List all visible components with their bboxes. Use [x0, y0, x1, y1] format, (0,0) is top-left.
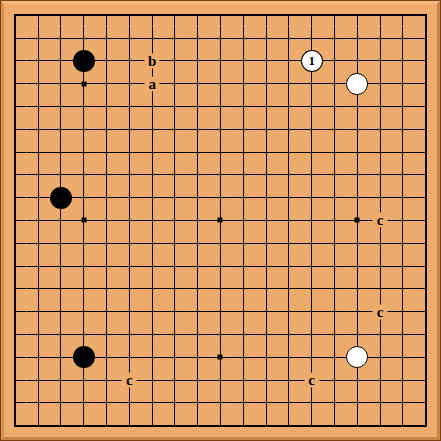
intersection-E8[interactable] [95, 255, 118, 278]
intersection-H18[interactable] [164, 27, 187, 50]
intersection-N14[interactable] [277, 118, 300, 141]
intersection-O17[interactable]: 1 [300, 50, 323, 73]
intersection-N5[interactable] [277, 323, 300, 346]
intersection-E11[interactable] [95, 186, 118, 209]
intersection-R15[interactable] [369, 95, 392, 118]
intersection-F7[interactable] [118, 277, 141, 300]
intersection-N12[interactable] [277, 164, 300, 187]
intersection-A8[interactable] [4, 255, 27, 278]
intersection-B4[interactable] [27, 346, 50, 369]
intersection-R5[interactable] [369, 323, 392, 346]
intersection-F12[interactable] [118, 164, 141, 187]
intersection-L17[interactable] [232, 50, 255, 73]
intersection-O7[interactable] [300, 277, 323, 300]
intersection-H10[interactable] [164, 209, 187, 232]
intersection-D14[interactable] [72, 118, 95, 141]
intersection-L14[interactable] [232, 118, 255, 141]
intersection-N1[interactable] [277, 414, 300, 437]
intersection-L4[interactable] [232, 346, 255, 369]
intersection-G2[interactable] [141, 391, 164, 414]
intersection-D8[interactable] [72, 255, 95, 278]
intersection-T14[interactable] [414, 118, 437, 141]
intersection-K15[interactable] [209, 95, 232, 118]
intersection-M6[interactable] [255, 300, 278, 323]
intersection-E4[interactable] [95, 346, 118, 369]
intersection-T15[interactable] [414, 95, 437, 118]
intersection-O3[interactable]: c [300, 369, 323, 392]
intersection-G7[interactable] [141, 277, 164, 300]
intersection-Q13[interactable] [346, 141, 369, 164]
intersection-Q11[interactable] [346, 186, 369, 209]
intersection-J16[interactable] [186, 72, 209, 95]
intersection-B1[interactable] [27, 414, 50, 437]
intersection-K19[interactable] [209, 4, 232, 27]
intersection-C13[interactable] [50, 141, 73, 164]
intersection-N16[interactable] [277, 72, 300, 95]
intersection-G17[interactable]: b [141, 50, 164, 73]
intersection-B11[interactable] [27, 186, 50, 209]
intersection-B8[interactable] [27, 255, 50, 278]
intersection-H2[interactable] [164, 391, 187, 414]
intersection-R12[interactable] [369, 164, 392, 187]
intersection-H16[interactable] [164, 72, 187, 95]
white-stone-Q4[interactable] [346, 346, 368, 368]
intersection-D2[interactable] [72, 391, 95, 414]
intersection-R18[interactable] [369, 27, 392, 50]
intersection-S7[interactable] [391, 277, 414, 300]
intersection-N15[interactable] [277, 95, 300, 118]
intersection-E5[interactable] [95, 323, 118, 346]
intersection-N4[interactable] [277, 346, 300, 369]
intersection-T11[interactable] [414, 186, 437, 209]
intersection-A5[interactable] [4, 323, 27, 346]
intersection-N7[interactable] [277, 277, 300, 300]
intersection-L6[interactable] [232, 300, 255, 323]
intersection-M2[interactable] [255, 391, 278, 414]
intersection-R3[interactable] [369, 369, 392, 392]
intersection-H11[interactable] [164, 186, 187, 209]
intersection-M15[interactable] [255, 95, 278, 118]
intersection-H6[interactable] [164, 300, 187, 323]
intersection-D6[interactable] [72, 300, 95, 323]
intersection-P16[interactable] [323, 72, 346, 95]
intersection-K18[interactable] [209, 27, 232, 50]
intersection-M8[interactable] [255, 255, 278, 278]
intersection-G18[interactable] [141, 27, 164, 50]
intersection-M1[interactable] [255, 414, 278, 437]
intersection-K9[interactable] [209, 232, 232, 255]
intersection-F19[interactable] [118, 4, 141, 27]
intersection-R13[interactable] [369, 141, 392, 164]
intersection-T3[interactable] [414, 369, 437, 392]
intersection-R14[interactable] [369, 118, 392, 141]
intersection-Q19[interactable] [346, 4, 369, 27]
intersection-S4[interactable] [391, 346, 414, 369]
intersection-R10[interactable]: c [369, 209, 392, 232]
intersection-Q14[interactable] [346, 118, 369, 141]
intersection-O6[interactable] [300, 300, 323, 323]
intersection-R16[interactable] [369, 72, 392, 95]
intersection-S5[interactable] [391, 323, 414, 346]
intersection-K2[interactable] [209, 391, 232, 414]
intersection-N6[interactable] [277, 300, 300, 323]
intersection-E18[interactable] [95, 27, 118, 50]
intersection-D13[interactable] [72, 141, 95, 164]
intersection-S1[interactable] [391, 414, 414, 437]
intersection-A13[interactable] [4, 141, 27, 164]
intersection-G3[interactable] [141, 369, 164, 392]
intersection-K12[interactable] [209, 164, 232, 187]
intersection-N17[interactable] [277, 50, 300, 73]
intersection-B17[interactable] [27, 50, 50, 73]
intersection-C6[interactable] [50, 300, 73, 323]
intersection-T2[interactable] [414, 391, 437, 414]
intersection-F9[interactable] [118, 232, 141, 255]
intersection-G13[interactable] [141, 141, 164, 164]
intersection-J18[interactable] [186, 27, 209, 50]
intersection-M7[interactable] [255, 277, 278, 300]
intersection-N8[interactable] [277, 255, 300, 278]
intersection-P1[interactable] [323, 414, 346, 437]
intersection-A4[interactable] [4, 346, 27, 369]
intersection-K8[interactable] [209, 255, 232, 278]
intersection-B14[interactable] [27, 118, 50, 141]
intersection-C8[interactable] [50, 255, 73, 278]
intersection-C14[interactable] [50, 118, 73, 141]
intersection-P15[interactable] [323, 95, 346, 118]
intersection-P18[interactable] [323, 27, 346, 50]
intersection-T1[interactable] [414, 414, 437, 437]
black-stone-D17[interactable] [73, 50, 95, 72]
intersection-J7[interactable] [186, 277, 209, 300]
intersection-P8[interactable] [323, 255, 346, 278]
intersection-S19[interactable] [391, 4, 414, 27]
intersection-H17[interactable] [164, 50, 187, 73]
intersection-G16[interactable]: a [141, 72, 164, 95]
intersection-B13[interactable] [27, 141, 50, 164]
intersection-F10[interactable] [118, 209, 141, 232]
intersection-R19[interactable] [369, 4, 392, 27]
intersection-J8[interactable] [186, 255, 209, 278]
intersection-B18[interactable] [27, 27, 50, 50]
intersection-J1[interactable] [186, 414, 209, 437]
intersection-T4[interactable] [414, 346, 437, 369]
intersection-K11[interactable] [209, 186, 232, 209]
intersection-K5[interactable] [209, 323, 232, 346]
intersection-H7[interactable] [164, 277, 187, 300]
intersection-N9[interactable] [277, 232, 300, 255]
intersection-K6[interactable] [209, 300, 232, 323]
intersection-G5[interactable] [141, 323, 164, 346]
intersection-M4[interactable] [255, 346, 278, 369]
intersection-S8[interactable] [391, 255, 414, 278]
intersection-C2[interactable] [50, 391, 73, 414]
intersection-A19[interactable] [4, 4, 27, 27]
intersection-K3[interactable] [209, 369, 232, 392]
intersection-A1[interactable] [4, 414, 27, 437]
intersection-F1[interactable] [118, 414, 141, 437]
black-stone-C11[interactable] [50, 187, 72, 209]
intersection-M13[interactable] [255, 141, 278, 164]
intersection-T5[interactable] [414, 323, 437, 346]
intersection-Q6[interactable] [346, 300, 369, 323]
intersection-S12[interactable] [391, 164, 414, 187]
intersection-L10[interactable] [232, 209, 255, 232]
intersection-K14[interactable] [209, 118, 232, 141]
intersection-B15[interactable] [27, 95, 50, 118]
intersection-D10[interactable] [72, 209, 95, 232]
intersection-C12[interactable] [50, 164, 73, 187]
intersection-T9[interactable] [414, 232, 437, 255]
intersection-S9[interactable] [391, 232, 414, 255]
intersection-F5[interactable] [118, 323, 141, 346]
intersection-H9[interactable] [164, 232, 187, 255]
intersection-L1[interactable] [232, 414, 255, 437]
intersection-G10[interactable] [141, 209, 164, 232]
intersection-L15[interactable] [232, 95, 255, 118]
intersection-L5[interactable] [232, 323, 255, 346]
intersection-F18[interactable] [118, 27, 141, 50]
intersection-T19[interactable] [414, 4, 437, 27]
intersection-H1[interactable] [164, 414, 187, 437]
intersection-M5[interactable] [255, 323, 278, 346]
intersection-S2[interactable] [391, 391, 414, 414]
intersection-E16[interactable] [95, 72, 118, 95]
intersection-M3[interactable] [255, 369, 278, 392]
intersection-C5[interactable] [50, 323, 73, 346]
intersection-P9[interactable] [323, 232, 346, 255]
intersection-M9[interactable] [255, 232, 278, 255]
intersection-G14[interactable] [141, 118, 164, 141]
intersection-C3[interactable] [50, 369, 73, 392]
intersection-N10[interactable] [277, 209, 300, 232]
intersection-B5[interactable] [27, 323, 50, 346]
intersection-D1[interactable] [72, 414, 95, 437]
intersection-M17[interactable] [255, 50, 278, 73]
intersection-K16[interactable] [209, 72, 232, 95]
intersection-N13[interactable] [277, 141, 300, 164]
intersection-E9[interactable] [95, 232, 118, 255]
intersection-Q10[interactable] [346, 209, 369, 232]
intersection-P12[interactable] [323, 164, 346, 187]
intersection-Q4[interactable] [346, 346, 369, 369]
intersection-O9[interactable] [300, 232, 323, 255]
intersection-O13[interactable] [300, 141, 323, 164]
intersection-R9[interactable] [369, 232, 392, 255]
intersection-J12[interactable] [186, 164, 209, 187]
intersection-N19[interactable] [277, 4, 300, 27]
intersection-F2[interactable] [118, 391, 141, 414]
intersection-D18[interactable] [72, 27, 95, 50]
intersection-E13[interactable] [95, 141, 118, 164]
intersection-L7[interactable] [232, 277, 255, 300]
intersection-C18[interactable] [50, 27, 73, 50]
intersection-L3[interactable] [232, 369, 255, 392]
intersection-H8[interactable] [164, 255, 187, 278]
intersection-A17[interactable] [4, 50, 27, 73]
intersection-M14[interactable] [255, 118, 278, 141]
intersection-S6[interactable] [391, 300, 414, 323]
intersection-L19[interactable] [232, 4, 255, 27]
intersection-F3[interactable]: c [118, 369, 141, 392]
intersection-O19[interactable] [300, 4, 323, 27]
white-stone-O17[interactable]: 1 [301, 50, 323, 72]
intersection-B6[interactable] [27, 300, 50, 323]
intersection-G12[interactable] [141, 164, 164, 187]
intersection-D19[interactable] [72, 4, 95, 27]
intersection-H5[interactable] [164, 323, 187, 346]
intersection-S15[interactable] [391, 95, 414, 118]
intersection-K17[interactable] [209, 50, 232, 73]
intersection-R6[interactable]: c [369, 300, 392, 323]
intersection-P14[interactable] [323, 118, 346, 141]
intersection-G15[interactable] [141, 95, 164, 118]
intersection-P11[interactable] [323, 186, 346, 209]
intersection-O18[interactable] [300, 27, 323, 50]
intersection-Q16[interactable] [346, 72, 369, 95]
intersection-O4[interactable] [300, 346, 323, 369]
intersection-F11[interactable] [118, 186, 141, 209]
intersection-K13[interactable] [209, 141, 232, 164]
intersection-P7[interactable] [323, 277, 346, 300]
intersection-D5[interactable] [72, 323, 95, 346]
intersection-S14[interactable] [391, 118, 414, 141]
intersection-O10[interactable] [300, 209, 323, 232]
intersection-D16[interactable] [72, 72, 95, 95]
intersection-S3[interactable] [391, 369, 414, 392]
intersection-C16[interactable] [50, 72, 73, 95]
intersection-J5[interactable] [186, 323, 209, 346]
intersection-O14[interactable] [300, 118, 323, 141]
intersection-F8[interactable] [118, 255, 141, 278]
intersection-R4[interactable] [369, 346, 392, 369]
intersection-J9[interactable] [186, 232, 209, 255]
intersection-M18[interactable] [255, 27, 278, 50]
intersection-F13[interactable] [118, 141, 141, 164]
intersection-E7[interactable] [95, 277, 118, 300]
intersection-J6[interactable] [186, 300, 209, 323]
intersection-M19[interactable] [255, 4, 278, 27]
intersection-B12[interactable] [27, 164, 50, 187]
intersection-G4[interactable] [141, 346, 164, 369]
intersection-A18[interactable] [4, 27, 27, 50]
intersection-M10[interactable] [255, 209, 278, 232]
intersection-Q12[interactable] [346, 164, 369, 187]
intersection-J17[interactable] [186, 50, 209, 73]
intersection-R11[interactable] [369, 186, 392, 209]
intersection-M12[interactable] [255, 164, 278, 187]
intersection-T10[interactable] [414, 209, 437, 232]
intersection-Q9[interactable] [346, 232, 369, 255]
intersection-J2[interactable] [186, 391, 209, 414]
intersection-O5[interactable] [300, 323, 323, 346]
intersection-L13[interactable] [232, 141, 255, 164]
white-stone-Q16[interactable] [346, 73, 368, 95]
intersection-L16[interactable] [232, 72, 255, 95]
intersection-O2[interactable] [300, 391, 323, 414]
intersection-C4[interactable] [50, 346, 73, 369]
intersection-H4[interactable] [164, 346, 187, 369]
intersection-Q8[interactable] [346, 255, 369, 278]
intersection-T8[interactable] [414, 255, 437, 278]
intersection-D15[interactable] [72, 95, 95, 118]
intersection-C10[interactable] [50, 209, 73, 232]
intersection-H14[interactable] [164, 118, 187, 141]
intersection-S16[interactable] [391, 72, 414, 95]
intersection-G6[interactable] [141, 300, 164, 323]
intersection-S11[interactable] [391, 186, 414, 209]
intersection-C17[interactable] [50, 50, 73, 73]
intersection-F17[interactable] [118, 50, 141, 73]
intersection-P3[interactable] [323, 369, 346, 392]
intersection-L18[interactable] [232, 27, 255, 50]
intersection-H3[interactable] [164, 369, 187, 392]
intersection-A3[interactable] [4, 369, 27, 392]
intersection-J4[interactable] [186, 346, 209, 369]
intersection-E2[interactable] [95, 391, 118, 414]
intersection-B16[interactable] [27, 72, 50, 95]
intersection-E3[interactable] [95, 369, 118, 392]
intersection-P5[interactable] [323, 323, 346, 346]
intersection-J11[interactable] [186, 186, 209, 209]
intersection-H12[interactable] [164, 164, 187, 187]
intersection-J14[interactable] [186, 118, 209, 141]
intersection-E6[interactable] [95, 300, 118, 323]
intersection-N3[interactable] [277, 369, 300, 392]
intersection-G8[interactable] [141, 255, 164, 278]
intersection-T6[interactable] [414, 300, 437, 323]
intersection-B7[interactable] [27, 277, 50, 300]
intersection-O12[interactable] [300, 164, 323, 187]
intersection-L2[interactable] [232, 391, 255, 414]
intersection-D9[interactable] [72, 232, 95, 255]
intersection-L9[interactable] [232, 232, 255, 255]
intersection-T17[interactable] [414, 50, 437, 73]
intersection-P6[interactable] [323, 300, 346, 323]
intersection-J3[interactable] [186, 369, 209, 392]
intersection-K7[interactable] [209, 277, 232, 300]
intersection-J19[interactable] [186, 4, 209, 27]
intersection-S10[interactable] [391, 209, 414, 232]
intersection-Q3[interactable] [346, 369, 369, 392]
intersection-P2[interactable] [323, 391, 346, 414]
intersection-N11[interactable] [277, 186, 300, 209]
intersection-J13[interactable] [186, 141, 209, 164]
intersection-T7[interactable] [414, 277, 437, 300]
intersection-H19[interactable] [164, 4, 187, 27]
intersection-C19[interactable] [50, 4, 73, 27]
intersection-D17[interactable] [72, 50, 95, 73]
intersection-Q7[interactable] [346, 277, 369, 300]
intersection-S13[interactable] [391, 141, 414, 164]
intersection-F15[interactable] [118, 95, 141, 118]
intersection-E12[interactable] [95, 164, 118, 187]
intersection-A12[interactable] [4, 164, 27, 187]
intersection-S17[interactable] [391, 50, 414, 73]
intersection-A2[interactable] [4, 391, 27, 414]
intersection-Q2[interactable] [346, 391, 369, 414]
intersection-B2[interactable] [27, 391, 50, 414]
intersection-D11[interactable] [72, 186, 95, 209]
intersection-T12[interactable] [414, 164, 437, 187]
intersection-A9[interactable] [4, 232, 27, 255]
intersection-K4[interactable] [209, 346, 232, 369]
intersection-L11[interactable] [232, 186, 255, 209]
intersection-R1[interactable] [369, 414, 392, 437]
intersection-B9[interactable] [27, 232, 50, 255]
intersection-K10[interactable] [209, 209, 232, 232]
intersection-R8[interactable] [369, 255, 392, 278]
